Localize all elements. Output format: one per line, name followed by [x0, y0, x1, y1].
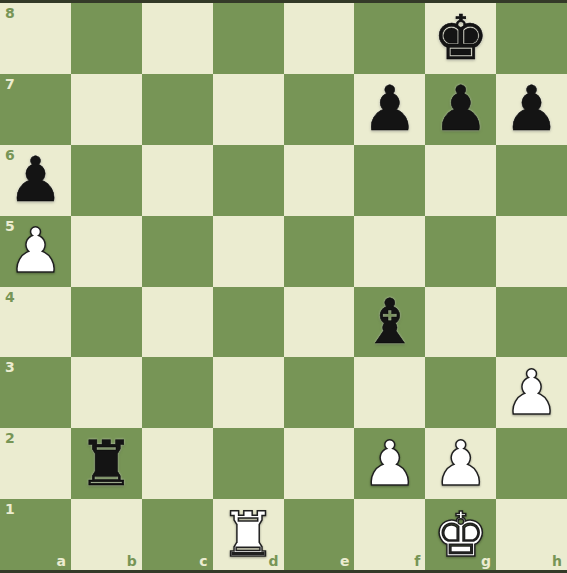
square-c7[interactable] — [142, 74, 213, 145]
board-frame: 8♚7♟♟♟6♟5♟4♝3♟2♜♟♟1abcd♜efg♚h — [0, 0, 567, 573]
square-e7[interactable] — [284, 74, 355, 145]
square-g3[interactable] — [425, 357, 496, 428]
square-e5[interactable] — [284, 216, 355, 287]
square-c3[interactable] — [142, 357, 213, 428]
square-e2[interactable] — [284, 428, 355, 499]
white-pawn[interactable]: ♟ — [362, 429, 418, 499]
square-f6[interactable] — [354, 145, 425, 216]
square-b5[interactable] — [71, 216, 142, 287]
square-a3[interactable]: 3 — [0, 357, 71, 428]
square-f2[interactable]: ♟ — [354, 428, 425, 499]
square-c5[interactable] — [142, 216, 213, 287]
rank-label-3: 3 — [5, 360, 15, 374]
rank-label-4: 4 — [5, 290, 15, 304]
rank-label-8: 8 — [5, 6, 15, 20]
square-c1[interactable]: c — [142, 499, 213, 570]
square-b6[interactable] — [71, 145, 142, 216]
square-a2[interactable]: 2 — [0, 428, 71, 499]
rank-label-7: 7 — [5, 77, 15, 91]
file-label-f: f — [414, 554, 420, 568]
square-d3[interactable] — [213, 357, 284, 428]
square-f7[interactable]: ♟ — [354, 74, 425, 145]
square-e6[interactable] — [284, 145, 355, 216]
square-h4[interactable] — [496, 287, 567, 358]
square-d8[interactable] — [213, 3, 284, 74]
square-a1[interactable]: 1a — [0, 499, 71, 570]
white-rook[interactable]: ♜ — [220, 500, 276, 570]
square-e8[interactable] — [284, 3, 355, 74]
square-g2[interactable]: ♟ — [425, 428, 496, 499]
square-d1[interactable]: d♜ — [213, 499, 284, 570]
square-b3[interactable] — [71, 357, 142, 428]
square-f3[interactable] — [354, 357, 425, 428]
square-h8[interactable] — [496, 3, 567, 74]
square-f4[interactable]: ♝ — [354, 287, 425, 358]
square-g8[interactable]: ♚ — [425, 3, 496, 74]
square-c2[interactable] — [142, 428, 213, 499]
rank-label-1: 1 — [5, 502, 15, 516]
square-g6[interactable] — [425, 145, 496, 216]
square-c8[interactable] — [142, 3, 213, 74]
file-label-h: h — [552, 554, 562, 568]
black-bishop[interactable]: ♝ — [362, 287, 418, 357]
square-c4[interactable] — [142, 287, 213, 358]
square-b1[interactable]: b — [71, 499, 142, 570]
square-b7[interactable] — [71, 74, 142, 145]
square-d5[interactable] — [213, 216, 284, 287]
square-h2[interactable] — [496, 428, 567, 499]
square-e4[interactable] — [284, 287, 355, 358]
square-e1[interactable]: e — [284, 499, 355, 570]
square-d4[interactable] — [213, 287, 284, 358]
square-f1[interactable]: f — [354, 499, 425, 570]
square-b2[interactable]: ♜ — [71, 428, 142, 499]
file-label-e: e — [340, 554, 350, 568]
black-rook[interactable]: ♜ — [79, 429, 135, 499]
square-f5[interactable] — [354, 216, 425, 287]
square-g7[interactable]: ♟ — [425, 74, 496, 145]
square-h1[interactable]: h — [496, 499, 567, 570]
square-g5[interactable] — [425, 216, 496, 287]
square-c6[interactable] — [142, 145, 213, 216]
square-h3[interactable]: ♟ — [496, 357, 567, 428]
file-label-b: b — [127, 554, 137, 568]
square-d2[interactable] — [213, 428, 284, 499]
black-king[interactable]: ♚ — [433, 3, 489, 73]
square-a7[interactable]: 7 — [0, 74, 71, 145]
file-label-a: a — [56, 554, 65, 568]
chess-board: 8♚7♟♟♟6♟5♟4♝3♟2♜♟♟1abcd♜efg♚h — [0, 3, 567, 570]
square-h6[interactable] — [496, 145, 567, 216]
black-pawn[interactable]: ♟ — [362, 74, 418, 144]
square-f8[interactable] — [354, 3, 425, 74]
square-a4[interactable]: 4 — [0, 287, 71, 358]
square-b8[interactable] — [71, 3, 142, 74]
white-king[interactable]: ♚ — [433, 500, 489, 570]
white-pawn[interactable]: ♟ — [433, 429, 489, 499]
square-b4[interactable] — [71, 287, 142, 358]
square-h7[interactable]: ♟ — [496, 74, 567, 145]
white-pawn[interactable]: ♟ — [504, 358, 560, 428]
square-e3[interactable] — [284, 357, 355, 428]
square-g1[interactable]: g♚ — [425, 499, 496, 570]
square-d6[interactable] — [213, 145, 284, 216]
file-label-c: c — [199, 554, 207, 568]
black-pawn[interactable]: ♟ — [504, 74, 560, 144]
white-pawn[interactable]: ♟ — [8, 216, 64, 286]
rank-label-2: 2 — [5, 431, 15, 445]
square-d7[interactable] — [213, 74, 284, 145]
black-pawn[interactable]: ♟ — [433, 74, 489, 144]
square-g4[interactable] — [425, 287, 496, 358]
black-pawn[interactable]: ♟ — [8, 145, 64, 215]
square-a6[interactable]: 6♟ — [0, 145, 71, 216]
square-h5[interactable] — [496, 216, 567, 287]
square-a5[interactable]: 5♟ — [0, 216, 71, 287]
square-a8[interactable]: 8 — [0, 3, 71, 74]
